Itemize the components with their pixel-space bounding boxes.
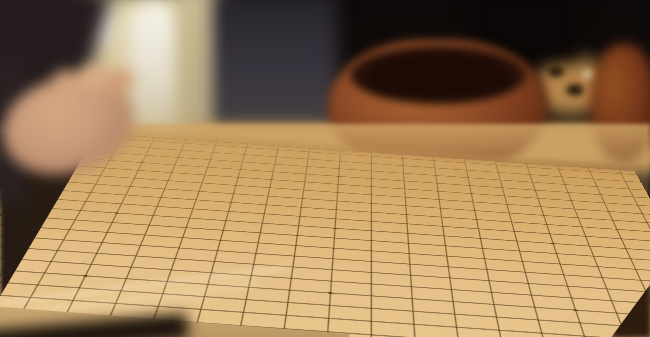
stone-layer: ●●●●●●●●●●●●●●●●●●●●●●●●: [0, 0, 650, 337]
go-game-photo: ●●●●●●●●●●●●●●●●●●●●●●●●: [0, 0, 650, 337]
